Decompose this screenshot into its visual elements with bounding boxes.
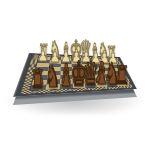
square	[60, 84, 73, 89]
square	[30, 84, 46, 90]
chess-set-photo: ♜♞♝♚♛♝♞♜♟♟♟♟♟♟♟♟♟♟♟♟♟♟♟♟♜♞♝♚♛♝♞♜	[0, 0, 150, 150]
square	[116, 82, 127, 86]
square	[73, 83, 86, 88]
square	[46, 84, 60, 90]
board-squares	[29, 56, 128, 91]
